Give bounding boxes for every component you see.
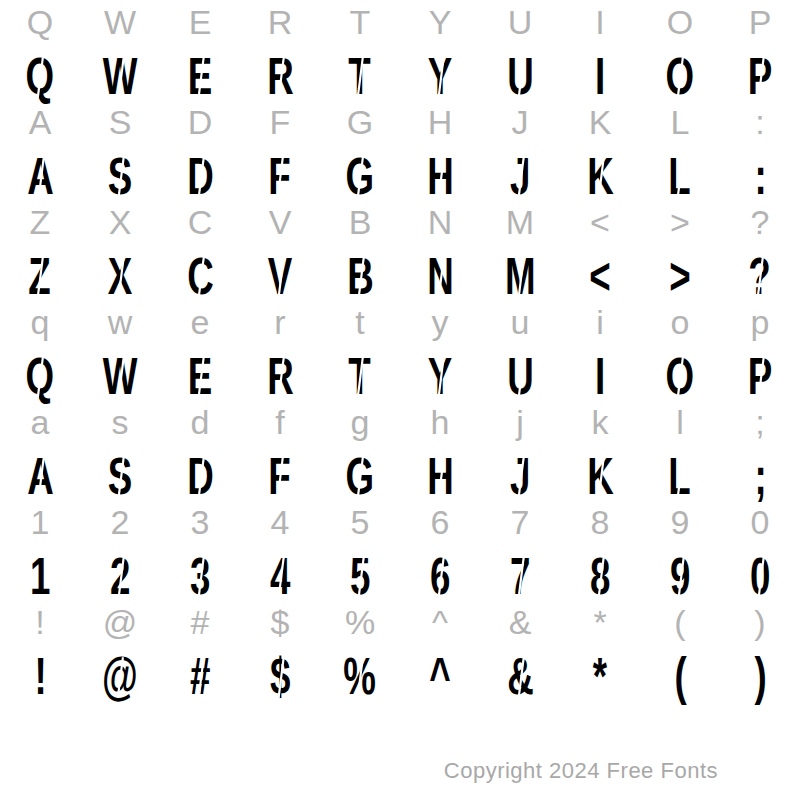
keyboard-char: ^ [400, 600, 480, 644]
keyboard-char: X [80, 200, 160, 244]
stencil-glyph: ^ [400, 644, 480, 712]
stencil-glyph: # [160, 644, 240, 712]
stencil-glyph-char: T [349, 349, 371, 405]
keyboard-char: t [320, 300, 400, 344]
font-glyph-row: 1234567890 [0, 544, 800, 600]
keyboard-char: 7 [480, 500, 560, 544]
stencil-glyph-char: D [187, 149, 214, 205]
stencil-glyph-char: I [595, 49, 605, 105]
keyboard-char: H [400, 100, 480, 144]
keyboard-char: ( [640, 600, 720, 644]
char-row-pair-zxcv-upper: ZXCVBNM<>?ZXCVBNM<>? [0, 200, 800, 300]
stencil-glyph-char: M [505, 249, 536, 305]
copyright-text: Copyright 2024 Free Fonts [444, 758, 718, 784]
keyboard-char: 1 [0, 500, 80, 544]
keyboard-char: s [80, 400, 160, 444]
stencil-glyph-char: O [666, 49, 695, 105]
keyboard-char: k [560, 400, 640, 444]
keyboard-char: * [560, 600, 640, 644]
char-row-pair-symbols: !@#$%^&*()!@#$%^&*() [0, 600, 800, 700]
stencil-glyph-char: A [27, 449, 54, 505]
keyboard-char: D [160, 100, 240, 144]
keyboard-char: S [80, 100, 160, 144]
stencil-glyph: * [560, 644, 640, 712]
stencil-glyph-char: 3 [190, 549, 210, 605]
keyboard-char: 9 [640, 500, 720, 544]
char-row-pair-asdf-upper: ASDFGHJKL:ASDFGHJKL: [0, 100, 800, 200]
keyboard-char: : [720, 100, 800, 144]
keyboard-char: ; [720, 400, 800, 444]
char-row-pair-qwerty-upper: QWERTYUIOPQWERTYUIOP [0, 0, 800, 100]
font-specimen-sheet: QWERTYUIOPQWERTYUIOP ASDFGHJKL:ASDFGHJKL… [0, 0, 800, 800]
keyboard-char: W [80, 0, 160, 44]
keyboard-char: q [0, 300, 80, 344]
stencil-glyph-char: O [666, 349, 695, 405]
char-row-pair-digits: 12345678901234567890 [0, 500, 800, 600]
keyboard-char: E [160, 0, 240, 44]
stencil-glyph-char: H [427, 149, 454, 205]
stencil-glyph-char: P [748, 49, 773, 105]
stencil-glyph-char: 8 [590, 549, 610, 605]
stencil-glyph-char: V [268, 249, 293, 305]
stencil-glyph-char: J [510, 449, 530, 505]
font-glyph-row: !@#$%^&*() [0, 644, 800, 700]
keyboard-label-row: ZXCVBNM<>? [0, 200, 800, 244]
stencil-glyph-char: : [754, 149, 766, 205]
font-glyph-row: ASDFGHJKL: [0, 144, 800, 200]
keyboard-char: g [320, 400, 400, 444]
stencil-glyph-char: T [349, 49, 371, 105]
keyboard-char: a [0, 400, 80, 444]
keyboard-char: r [240, 300, 320, 344]
stencil-glyph-char: ^ [429, 649, 450, 705]
keyboard-char: 3 [160, 500, 240, 544]
font-glyph-row: QWERTYUIOP [0, 44, 800, 100]
stencil-glyph-char: 1 [30, 549, 50, 605]
stencil-glyph: @ [80, 644, 160, 712]
stencil-glyph-char: 6 [430, 549, 450, 605]
keyboard-char: C [160, 200, 240, 244]
keyboard-char: R [240, 0, 320, 44]
keyboard-char: o [640, 300, 720, 344]
keyboard-char: I [560, 0, 640, 44]
stencil-glyph-char: H [427, 449, 454, 505]
keyboard-char: ? [720, 200, 800, 244]
keyboard-char: N [400, 200, 480, 244]
stencil-glyph-char: Q [26, 349, 55, 405]
stencil-glyph-char: R [267, 49, 294, 105]
stencil-glyph-char: Z [29, 249, 51, 305]
stencil-glyph-char: 0 [750, 549, 770, 605]
stencil-glyph-char: # [190, 649, 210, 705]
keyboard-char: u [480, 300, 560, 344]
stencil-glyph-char: S [108, 149, 133, 205]
keyboard-char: F [240, 100, 320, 144]
stencil-glyph-char: U [507, 49, 534, 105]
stencil-glyph-char: L [669, 149, 691, 205]
stencil-glyph-char: A [27, 149, 54, 205]
stencil-glyph-char: S [108, 449, 133, 505]
stencil-glyph-char: G [346, 449, 375, 505]
keyboard-char: y [400, 300, 480, 344]
keyboard-char: $ [240, 600, 320, 644]
keyboard-char: M [480, 200, 560, 244]
stencil-glyph-char: < [589, 249, 610, 305]
char-row-pair-qwerty-lower: qwertyuiopQWERTYUIOP [0, 300, 800, 400]
stencil-glyph-char: C [187, 249, 214, 305]
keyboard-char: l [640, 400, 720, 444]
keyboard-char: & [480, 600, 560, 644]
keyboard-char: J [480, 100, 560, 144]
stencil-glyph-char: > [669, 249, 690, 305]
stencil-glyph: ) [720, 644, 800, 712]
stencil-glyph-char: * [593, 649, 607, 705]
stencil-glyph-char: Y [428, 349, 453, 405]
stencil-glyph-char: F [269, 449, 291, 505]
stencil-glyph-char: X [108, 249, 133, 305]
keyboard-label-row: QWERTYUIOP [0, 0, 800, 44]
stencil-glyph-char: K [587, 449, 614, 505]
stencil-glyph-char: % [344, 649, 377, 705]
stencil-glyph-char: F [269, 149, 291, 205]
stencil-glyph-char: 9 [670, 549, 690, 605]
keyboard-char: i [560, 300, 640, 344]
char-row-pair-asdf-lower: asdfghjkl;ASDFGHJKL; [0, 400, 800, 500]
stencil-glyph-char: Q [26, 49, 55, 105]
keyboard-char: ) [720, 600, 800, 644]
keyboard-char: Y [400, 0, 480, 44]
keyboard-char: w [80, 300, 160, 344]
keyboard-char: P [720, 0, 800, 44]
keyboard-char: d [160, 400, 240, 444]
stencil-glyph: % [320, 644, 400, 712]
keyboard-label-row: ASDFGHJKL: [0, 100, 800, 144]
keyboard-char: 8 [560, 500, 640, 544]
font-glyph-row: ASDFGHJKL; [0, 444, 800, 500]
keyboard-label-row: 1234567890 [0, 500, 800, 544]
keyboard-char: Q [0, 0, 80, 44]
stencil-glyph-char: U [507, 349, 534, 405]
stencil-glyph-char: D [187, 449, 214, 505]
stencil-glyph-char: R [267, 349, 294, 405]
stencil-glyph-char: 2 [110, 549, 130, 605]
stencil-glyph-char: P [748, 349, 773, 405]
keyboard-char: K [560, 100, 640, 144]
keyboard-char: % [320, 600, 400, 644]
keyboard-char: Z [0, 200, 80, 244]
keyboard-char: L [640, 100, 720, 144]
keyboard-char: T [320, 0, 400, 44]
stencil-glyph-char: 7 [510, 549, 530, 605]
font-glyph-row: ZXCVBNM<>? [0, 244, 800, 300]
stencil-glyph-char: $ [270, 649, 290, 705]
stencil-glyph-char: B [347, 249, 374, 305]
keyboard-label-row: asdfghjkl; [0, 400, 800, 444]
stencil-glyph-char: 4 [270, 549, 290, 605]
keyboard-char: B [320, 200, 400, 244]
keyboard-char: 6 [400, 500, 480, 544]
keyboard-char: j [480, 400, 560, 444]
keyboard-char: > [640, 200, 720, 244]
keyboard-char: G [320, 100, 400, 144]
stencil-glyph-char: & [507, 649, 534, 705]
keyboard-char: @ [80, 600, 160, 644]
keyboard-char: O [640, 0, 720, 44]
keyboard-char: f [240, 400, 320, 444]
stencil-glyph-char: W [103, 49, 138, 105]
stencil-glyph: ! [0, 644, 80, 712]
keyboard-char: ! [0, 600, 80, 644]
keyboard-char: # [160, 600, 240, 644]
stencil-glyph-char: ( [674, 649, 686, 705]
keyboard-char: 4 [240, 500, 320, 544]
keyboard-char: 2 [80, 500, 160, 544]
stencil-glyph-char: G [346, 149, 375, 205]
stencil-glyph-char: ? [749, 249, 771, 305]
stencil-glyph: & [480, 644, 560, 712]
keyboard-label-row: qwertyuiop [0, 300, 800, 344]
keyboard-label-row: !@#$%^&*() [0, 600, 800, 644]
keyboard-char: V [240, 200, 320, 244]
stencil-glyph-char: E [188, 349, 213, 405]
stencil-glyph-char: K [587, 149, 614, 205]
stencil-glyph: $ [240, 644, 320, 712]
stencil-glyph-char: L [669, 449, 691, 505]
keyboard-char: 5 [320, 500, 400, 544]
keyboard-char: < [560, 200, 640, 244]
keyboard-char: 0 [720, 500, 800, 544]
stencil-glyph-char: W [103, 349, 138, 405]
stencil-glyph-char: J [510, 149, 530, 205]
stencil-glyph-char: E [188, 49, 213, 105]
keyboard-char: U [480, 0, 560, 44]
stencil-glyph-char: Y [428, 49, 453, 105]
stencil-glyph-char: ) [754, 649, 766, 705]
stencil-glyph-char: ! [34, 649, 46, 705]
stencil-glyph-char: @ [102, 649, 138, 705]
stencil-glyph-char: I [595, 349, 605, 405]
stencil-glyph-char: N [427, 249, 454, 305]
keyboard-char: h [400, 400, 480, 444]
keyboard-char: A [0, 100, 80, 144]
stencil-glyph-char: 5 [350, 549, 370, 605]
keyboard-char: p [720, 300, 800, 344]
stencil-glyph: ( [640, 644, 720, 712]
stencil-glyph-char: ; [754, 449, 766, 505]
keyboard-char: e [160, 300, 240, 344]
font-glyph-row: QWERTYUIOP [0, 344, 800, 400]
